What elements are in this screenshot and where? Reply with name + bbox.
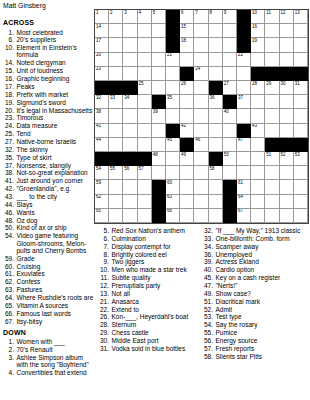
grid-cell[interactable] [109,195,123,209]
grid-cell[interactable] [280,209,294,223]
grid-cell[interactable]: 44 [95,138,109,152]
clue-item: 57.Fresh reports [202,345,308,352]
grid-cell[interactable]: 49 [180,152,194,166]
clue-item: 53.Test type [202,313,308,320]
grid-cell[interactable] [194,38,208,52]
grid-cell[interactable]: 8 [209,10,223,24]
grid-cell[interactable] [251,53,265,67]
clue-number: 12. [98,282,112,289]
grid-cell[interactable] [138,53,152,67]
grid-cell[interactable] [294,109,308,123]
grid-cell[interactable] [138,138,152,152]
grid-cell[interactable]: 21 [166,53,180,67]
grid-cell[interactable] [194,152,208,166]
grid-cell[interactable] [237,152,251,166]
grid-cell[interactable] [109,209,123,223]
grid-cell[interactable] [166,109,180,123]
grid-cell[interactable] [251,180,265,194]
grid-cell[interactable] [209,53,223,67]
clue-item: 50.Kind of ax or ship [3,224,94,231]
grid-cell[interactable] [109,138,123,152]
grid-cell[interactable]: 41 [95,124,109,138]
grid-cell[interactable]: 50 [223,152,237,166]
grid-cell[interactable] [194,195,208,209]
clue-text: Famous last words [17,310,95,317]
grid-cell[interactable] [109,124,123,138]
grid-cell[interactable] [251,95,265,109]
clue-text: Prenuptials party [112,282,201,289]
grid-cell[interactable] [180,53,194,67]
clue-item: 46.Wants [3,209,94,216]
grid-cell[interactable]: 53 [294,152,308,166]
grid-cell[interactable]: 16 [251,24,265,38]
clue-number: 14. [3,59,17,66]
crossword-grid[interactable]: 1234567891011121314151617181920212223242… [94,9,309,224]
grid-cell[interactable] [166,152,180,166]
cell-number: 46 [194,138,207,143]
across-clue-list: 1.Most celebrated6.20's suppliers10.Elem… [3,29,94,325]
grid-cell[interactable]: 11 [265,10,279,24]
block-cell [95,152,109,166]
cell-number: 24 [194,67,207,72]
grid-cell[interactable]: 42 [180,124,194,138]
grid-cell[interactable] [109,109,123,123]
grid-cell[interactable] [138,95,152,109]
grid-cell[interactable]: 51 [265,152,279,166]
clue-text: Test type [216,313,309,320]
grid-cell[interactable] [280,53,294,67]
grid-cell[interactable]: 3 [123,10,137,24]
clue-number: 11. [98,274,112,281]
grid-cell[interactable] [123,124,137,138]
cell-number: 40 [223,109,236,114]
cell-number: 43 [251,124,264,129]
grid-cell[interactable]: 54 [95,166,109,180]
clue-item: 1.Most celebrated [3,29,94,36]
clue-text: Convertibles that extend [17,369,95,376]
grid-cell[interactable]: 47 [237,138,251,152]
block-cell [166,124,180,138]
clue-number: 19. [3,99,17,106]
grid-cell[interactable] [280,124,294,138]
grid-cell[interactable] [294,166,308,180]
grid-cell[interactable] [294,38,308,52]
grid-cell[interactable] [294,195,308,209]
grid-cell[interactable] [109,24,123,38]
block-cell [223,195,237,209]
grid-cell[interactable] [123,209,137,223]
clue-item: 51.Diacritical mark [202,298,308,305]
clue-number: 33. [202,235,216,242]
grid-cell[interactable]: 17 [95,38,109,52]
clue-number: 25. [3,130,17,137]
cell-number: 61 [237,180,250,185]
down-header: DOWN [3,329,94,336]
clue-number: 44. [3,201,17,208]
clue-item: 58.Silents star Pitts [202,353,308,360]
cell-number: 41 [95,124,108,129]
grid-cell[interactable] [152,67,166,81]
grid-cell[interactable] [138,24,152,38]
grid-cell[interactable] [265,124,279,138]
grid-cell[interactable] [265,53,279,67]
grid-cell[interactable] [251,152,265,166]
grid-cell[interactable] [280,109,294,123]
clue-item: 32.The skinny [3,146,94,153]
clue-text: 20's suppliers [17,36,95,43]
clue-text: Confess [17,278,95,285]
cell-number: 14 [95,24,108,29]
cell-number: 25 [138,81,151,86]
grid-cell[interactable] [109,67,123,81]
grid-cell[interactable] [180,109,194,123]
cell-number: 34 [123,95,136,100]
clue-item: 54.Video game featuring Gloom-shrooms, M… [3,232,94,254]
grid-cell[interactable] [109,38,123,52]
grid-cell[interactable] [123,138,137,152]
grid-cell[interactable]: 60 [166,180,180,194]
grid-cell[interactable]: 18 [180,38,194,52]
clue-number: 58. [202,353,216,360]
clue-number: 10. [98,266,112,273]
clue-number: 15. [3,67,17,74]
grid-cell[interactable] [138,109,152,123]
cell-number: 32 [95,95,108,100]
clue-number: 35. [3,154,17,161]
grid-cell[interactable] [265,38,279,52]
grid-cell[interactable] [152,166,166,180]
grid-cell[interactable]: 12 [280,10,294,24]
grid-cell[interactable] [194,166,208,180]
grid-cell[interactable]: 5 [152,10,166,24]
grid-cell[interactable]: 28 [251,81,265,95]
cell-number: 29 [265,81,278,86]
clue-number: 23. [3,114,17,121]
block-cell [280,138,294,152]
grid-cell[interactable] [166,166,180,180]
block-cell [152,209,166,223]
grid-cell[interactable] [138,209,152,223]
grid-cell[interactable] [123,38,137,52]
clue-item: 28.Sternum [98,321,200,328]
clue-item: 18.Prefix with market [3,91,94,98]
grid-cell[interactable] [123,180,137,194]
grid-cell[interactable] [209,138,223,152]
grid-cell[interactable] [194,95,208,109]
grid-cell[interactable] [251,209,265,223]
grid-cell[interactable] [265,209,279,223]
grid-cell[interactable] [152,38,166,52]
grid-cell[interactable] [251,109,265,123]
clue-text: Culmination [112,235,201,242]
clue-text: Pumice [216,329,309,336]
clue-number: 59. [3,255,17,262]
grid-cell[interactable]: 34 [123,95,137,109]
grid-cell[interactable] [223,24,237,38]
grid-cell[interactable] [223,67,237,81]
clue-text: Two jiggers [112,258,201,265]
grid-cell[interactable]: 32 [95,95,109,109]
grid-cell[interactable]: 14 [95,24,109,38]
grid-cell[interactable]: 29 [265,81,279,95]
grid-cell[interactable] [123,67,137,81]
clue-text: Grade [17,255,95,262]
grid-cell[interactable] [194,53,208,67]
grid-cell[interactable] [166,67,180,81]
clue-text: The skinny [17,146,95,153]
clue-item: 6.Culmination [98,235,200,242]
grid-cell[interactable] [280,95,294,109]
grid-cell[interactable]: 46 [194,138,208,152]
cell-number: 39 [152,109,165,114]
grid-cell[interactable] [209,38,223,52]
cell-number: 66 [166,209,179,214]
clue-number: 38. [3,169,17,176]
grid-cell[interactable] [123,195,137,209]
grid-cell[interactable] [180,195,194,209]
grid-cell[interactable]: 4 [138,10,152,24]
clue-text: Extend to [112,306,201,313]
grid-cell[interactable]: 7 [194,10,208,24]
cell-number: 52 [280,152,293,157]
clue-item: 45.Key on a cash register [202,274,308,281]
grid-cell[interactable] [209,24,223,38]
grid-cell[interactable]: 25 [138,81,152,95]
grid-cell[interactable] [223,38,237,52]
grid-cell[interactable]: 38 [95,109,109,123]
grid-cell[interactable] [223,53,237,67]
grid-cell[interactable]: 55 [109,166,123,180]
grid-cell[interactable]: 35 [166,95,180,109]
grid-cell[interactable]: 56 [123,166,137,180]
grid-cell[interactable] [237,166,251,180]
grid-cell[interactable]: 26 [180,81,194,95]
grid-cell[interactable] [194,209,208,223]
clue-text: Slays [17,201,95,208]
grid-cell[interactable]: 33 [109,95,123,109]
grid-cell[interactable]: 36 [209,95,223,109]
grid-cell[interactable] [265,166,279,180]
clue-text: Scamper away [216,243,309,250]
clue-number: 43. [3,193,17,200]
grid-cell[interactable] [209,67,223,81]
grid-cell[interactable] [123,53,137,67]
grid-cell[interactable] [237,81,251,95]
grid-cell[interactable] [209,180,223,194]
grid-cell[interactable] [152,53,166,67]
grid-cell[interactable]: 43 [251,124,265,138]
grid-cell[interactable] [265,24,279,38]
clue-item: 16.Graphic beginning [3,75,94,82]
grid-cell[interactable] [251,166,265,180]
grid-cell[interactable] [237,109,251,123]
grid-cell[interactable] [294,209,308,223]
clue-number: 22. [98,306,112,313]
grid-cell[interactable]: 52 [280,152,294,166]
grid-cell[interactable]: 1 [95,10,109,24]
grid-cell[interactable] [123,109,137,123]
block-cell [209,152,223,166]
grid-cell[interactable] [280,180,294,194]
grid-cell[interactable]: 64 [237,195,251,209]
grid-cell[interactable] [265,180,279,194]
grid-cell[interactable] [152,124,166,138]
grid-cell[interactable] [265,109,279,123]
grid-cell[interactable]: 2 [109,10,123,24]
grid-cell[interactable]: 45 [166,138,180,152]
grid-cell[interactable] [237,67,251,81]
grid-cell[interactable] [280,38,294,52]
clue-item: 5.Red Sox Nation's anthem [98,227,200,234]
grid-cell[interactable] [209,124,223,138]
grid-cell[interactable]: 10 [251,10,265,24]
grid-cell[interactable]: 40 [223,109,237,123]
clue-text: Vitamin A sources [17,302,95,309]
block-cell [138,152,152,166]
grid-cell[interactable] [109,180,123,194]
grid-cell[interactable]: 6 [180,10,194,24]
grid-cell[interactable]: 62 [95,195,109,209]
grid-cell[interactable]: 63 [166,195,180,209]
grid-cell[interactable]: 27 [223,81,237,95]
grid-cell[interactable] [209,109,223,123]
clue-number: 47. [202,282,216,289]
clue-number: 57. [202,345,216,352]
grid-cell[interactable]: 58 [209,166,223,180]
grid-cell[interactable] [152,24,166,38]
block-cell [166,10,180,24]
clue-number: 42. [3,185,17,192]
clue-number: 27. [3,138,17,145]
grid-cell[interactable] [294,124,308,138]
across-header: ACROSS [3,19,94,26]
grid-cell[interactable] [294,95,308,109]
grid-cell[interactable]: 67 [237,209,251,223]
grid-cell[interactable]: 39 [152,109,166,123]
grid-cell[interactable]: 23 [95,67,109,81]
grid-cell[interactable] [138,67,152,81]
grid-cell[interactable] [138,180,152,194]
clue-item: 65.Vitamin A sources [3,302,94,309]
grid-cell[interactable] [194,124,208,138]
grid-cell[interactable]: 59 [95,180,109,194]
clue-item: 17.Peaks [3,83,94,90]
grid-cell[interactable] [294,53,308,67]
clue-column-left: ACROSS 1.Most celebrated6.20's suppliers… [3,19,94,377]
clue-text: Data measure [17,122,95,129]
grid-cell[interactable]: 20 [95,53,109,67]
grid-cell[interactable]: 15 [180,24,194,38]
grid-cell[interactable] [180,95,194,109]
clue-number: 67. [3,318,17,325]
clue-text: Say the rosary [216,321,309,328]
grid-cell[interactable]: 48 [152,152,166,166]
clue-item: 66.Famous last words [3,310,94,317]
block-cell [237,38,251,52]
grid-cell[interactable]: 30 [280,81,294,95]
grid-cell[interactable] [223,138,237,152]
grid-cell[interactable]: 37 [237,95,251,109]
grid-cell[interactable] [194,180,208,194]
grid-cell[interactable] [180,209,194,223]
grid-cell[interactable]: 24 [194,67,208,81]
cell-number: 57 [138,166,151,171]
clue-item: 22.Extend to [98,306,200,313]
clue-number: 62. [3,278,17,285]
clue-number: 41. [3,177,17,184]
grid-cell[interactable] [138,195,152,209]
grid-cell[interactable]: 57 [138,166,152,180]
grid-cell[interactable] [194,24,208,38]
grid-cell[interactable] [209,209,223,223]
grid-cell[interactable] [294,180,308,194]
grid-cell[interactable] [280,166,294,180]
grid-cell[interactable] [166,81,180,95]
grid-cell[interactable] [138,124,152,138]
cell-number: 1 [95,10,108,15]
grid-cell[interactable]: 22 [237,53,251,67]
block-cell [123,81,137,95]
clue-text: Exuviates [17,270,95,277]
clue-text: Men who made a star trek [112,266,201,273]
grid-cell[interactable] [152,138,166,152]
clue-item: 29.Chess castle [98,329,200,336]
grid-cell[interactable] [223,124,237,138]
grid-cell[interactable] [152,81,166,95]
grid-cell[interactable] [180,166,194,180]
down-clue-list-part3: 32."If ___ My Way," 1913 classic33.One-b… [202,227,308,361]
clue-item: 55.Pumice [202,329,308,336]
grid-cell[interactable]: 13 [294,10,308,24]
clue-item: 42."Groenlandia", e.g. [3,185,94,192]
grid-cell[interactable] [265,95,279,109]
grid-cell[interactable]: 9 [223,10,237,24]
cell-number: 2 [109,10,122,15]
cell-number: 64 [237,195,250,200]
cell-number: 18 [180,38,193,43]
grid-cell[interactable] [109,53,123,67]
clue-text: Type of skirt [17,154,95,161]
clue-text: Element in Einstein's formula [17,44,95,59]
block-cell [223,180,237,194]
clue-text: Not-so-great explanation [17,169,95,176]
grid-cell[interactable]: 61 [237,180,251,194]
grid-cell[interactable] [265,195,279,209]
clue-text: Anasarca [112,298,201,305]
grid-cell[interactable] [251,138,265,152]
clue-text: Sternum [112,321,201,328]
grid-cell[interactable]: 65 [95,209,109,223]
grid-cell[interactable] [280,24,294,38]
clue-number: 20. [3,107,17,114]
grid-cell[interactable] [194,109,208,123]
grid-cell[interactable] [138,38,152,52]
grid-cell[interactable] [223,166,237,180]
clue-item: 24.Data measure [3,122,94,129]
grid-cell[interactable]: 66 [166,209,180,223]
grid-cell[interactable] [194,81,208,95]
grid-cell[interactable]: 31 [294,81,308,95]
grid-cell[interactable] [294,24,308,38]
grid-cell[interactable] [209,195,223,209]
grid-cell[interactable]: 19 [251,38,265,52]
grid-cell[interactable] [251,195,265,209]
grid-cell[interactable] [280,195,294,209]
grid-cell[interactable] [180,180,194,194]
cell-number: 6 [180,10,193,15]
grid-cell[interactable] [123,24,137,38]
clue-item: 20.It's legal in Massachusetts [3,107,94,114]
